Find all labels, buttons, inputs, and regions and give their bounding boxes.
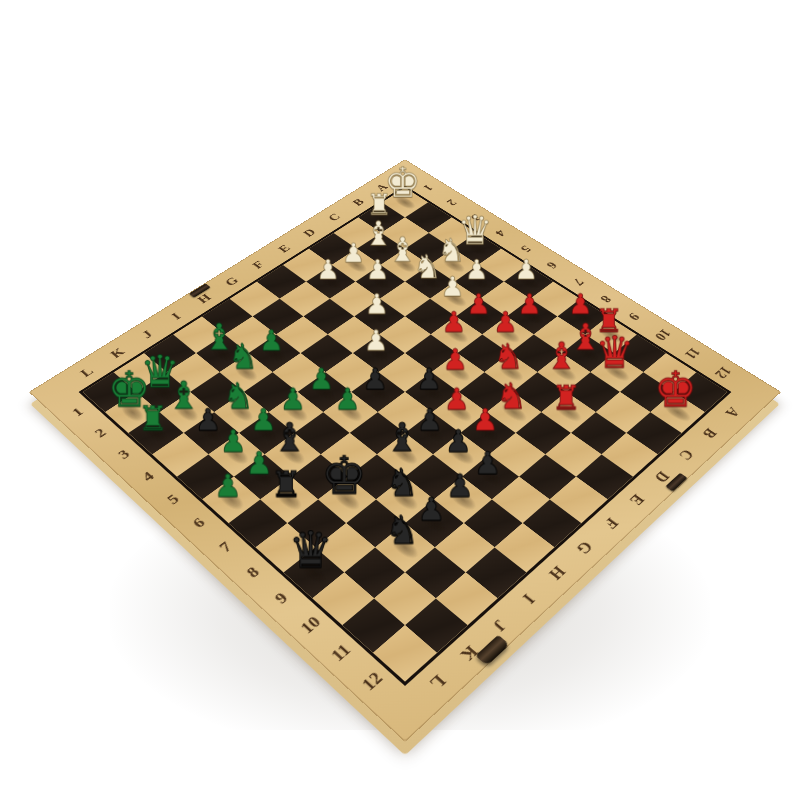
black-pawn-glyph: ♟	[195, 405, 221, 435]
green-pawn-glyph: ♟	[335, 385, 361, 415]
white-knight-glyph: ♞	[413, 251, 441, 283]
black-pawn-glyph: ♟	[416, 365, 442, 394]
green-pawn-glyph: ♟	[214, 470, 242, 501]
red-pawn-glyph: ♟	[444, 385, 470, 415]
red-pawn-glyph: ♟	[442, 308, 467, 336]
black-king-glyph: ♚	[321, 449, 367, 501]
red-bishop-glyph: ♝	[546, 338, 578, 375]
black-knight-glyph: ♞	[386, 464, 419, 502]
white-pawn-glyph: ♟	[342, 240, 365, 267]
red-pawn-glyph: ♟	[443, 345, 468, 374]
black-pawn-glyph: ♟	[363, 365, 389, 394]
red-queen-glyph: ♛	[595, 330, 634, 374]
black-pawn-glyph: ♟	[417, 405, 443, 435]
white-pawn-glyph: ♟	[365, 291, 389, 319]
green-pawn-glyph: ♟	[246, 448, 273, 479]
black-pawn-glyph: ♟	[474, 448, 501, 479]
green-rook-glyph: ♜	[138, 401, 168, 435]
red-knight-glyph: ♞	[493, 340, 523, 375]
black-bishop-glyph: ♝	[385, 418, 419, 457]
black-rook-glyph: ♜	[270, 466, 301, 502]
white-knight-glyph: ♞	[437, 235, 465, 267]
black-pawn-glyph: ♟	[445, 426, 472, 457]
black-pawn-glyph: ♟	[446, 470, 474, 501]
green-knight-glyph: ♞	[228, 340, 258, 375]
green-pawn-glyph: ♟	[259, 327, 284, 355]
white-pawn-glyph: ♟	[515, 256, 539, 283]
black-pawn-glyph: ♟	[417, 494, 445, 526]
white-pawn-glyph: ♟	[441, 273, 465, 300]
white-pawn-glyph: ♟	[465, 256, 489, 283]
white-pawn-glyph: ♟	[366, 256, 390, 283]
black-knight-glyph: ♞	[385, 511, 419, 550]
red-rook-glyph: ♜	[551, 381, 581, 415]
green-pawn-glyph: ♟	[280, 385, 306, 415]
green-pawn-glyph: ♟	[309, 365, 335, 394]
black-queen-glyph: ♛	[288, 525, 332, 575]
red-pawn-glyph: ♟	[472, 405, 498, 435]
red-pawn-glyph: ♟	[568, 291, 592, 319]
black-bishop-glyph: ♝	[273, 418, 307, 457]
red-pawn-glyph: ♟	[467, 291, 491, 319]
red-knight-glyph: ♞	[496, 379, 527, 415]
red-pawn-glyph: ♟	[518, 291, 542, 319]
green-knight-glyph: ♞	[223, 379, 254, 415]
red-pawn-glyph: ♟	[493, 308, 518, 336]
white-pawn-glyph: ♟	[364, 327, 389, 355]
white-pawn-glyph: ♟	[316, 256, 340, 283]
product-photo-stage: 123456789101112 123456789101112 ABCDEFGH…	[0, 0, 800, 800]
red-king-glyph: ♚	[654, 365, 698, 414]
green-pawn-glyph: ♟	[220, 426, 247, 457]
